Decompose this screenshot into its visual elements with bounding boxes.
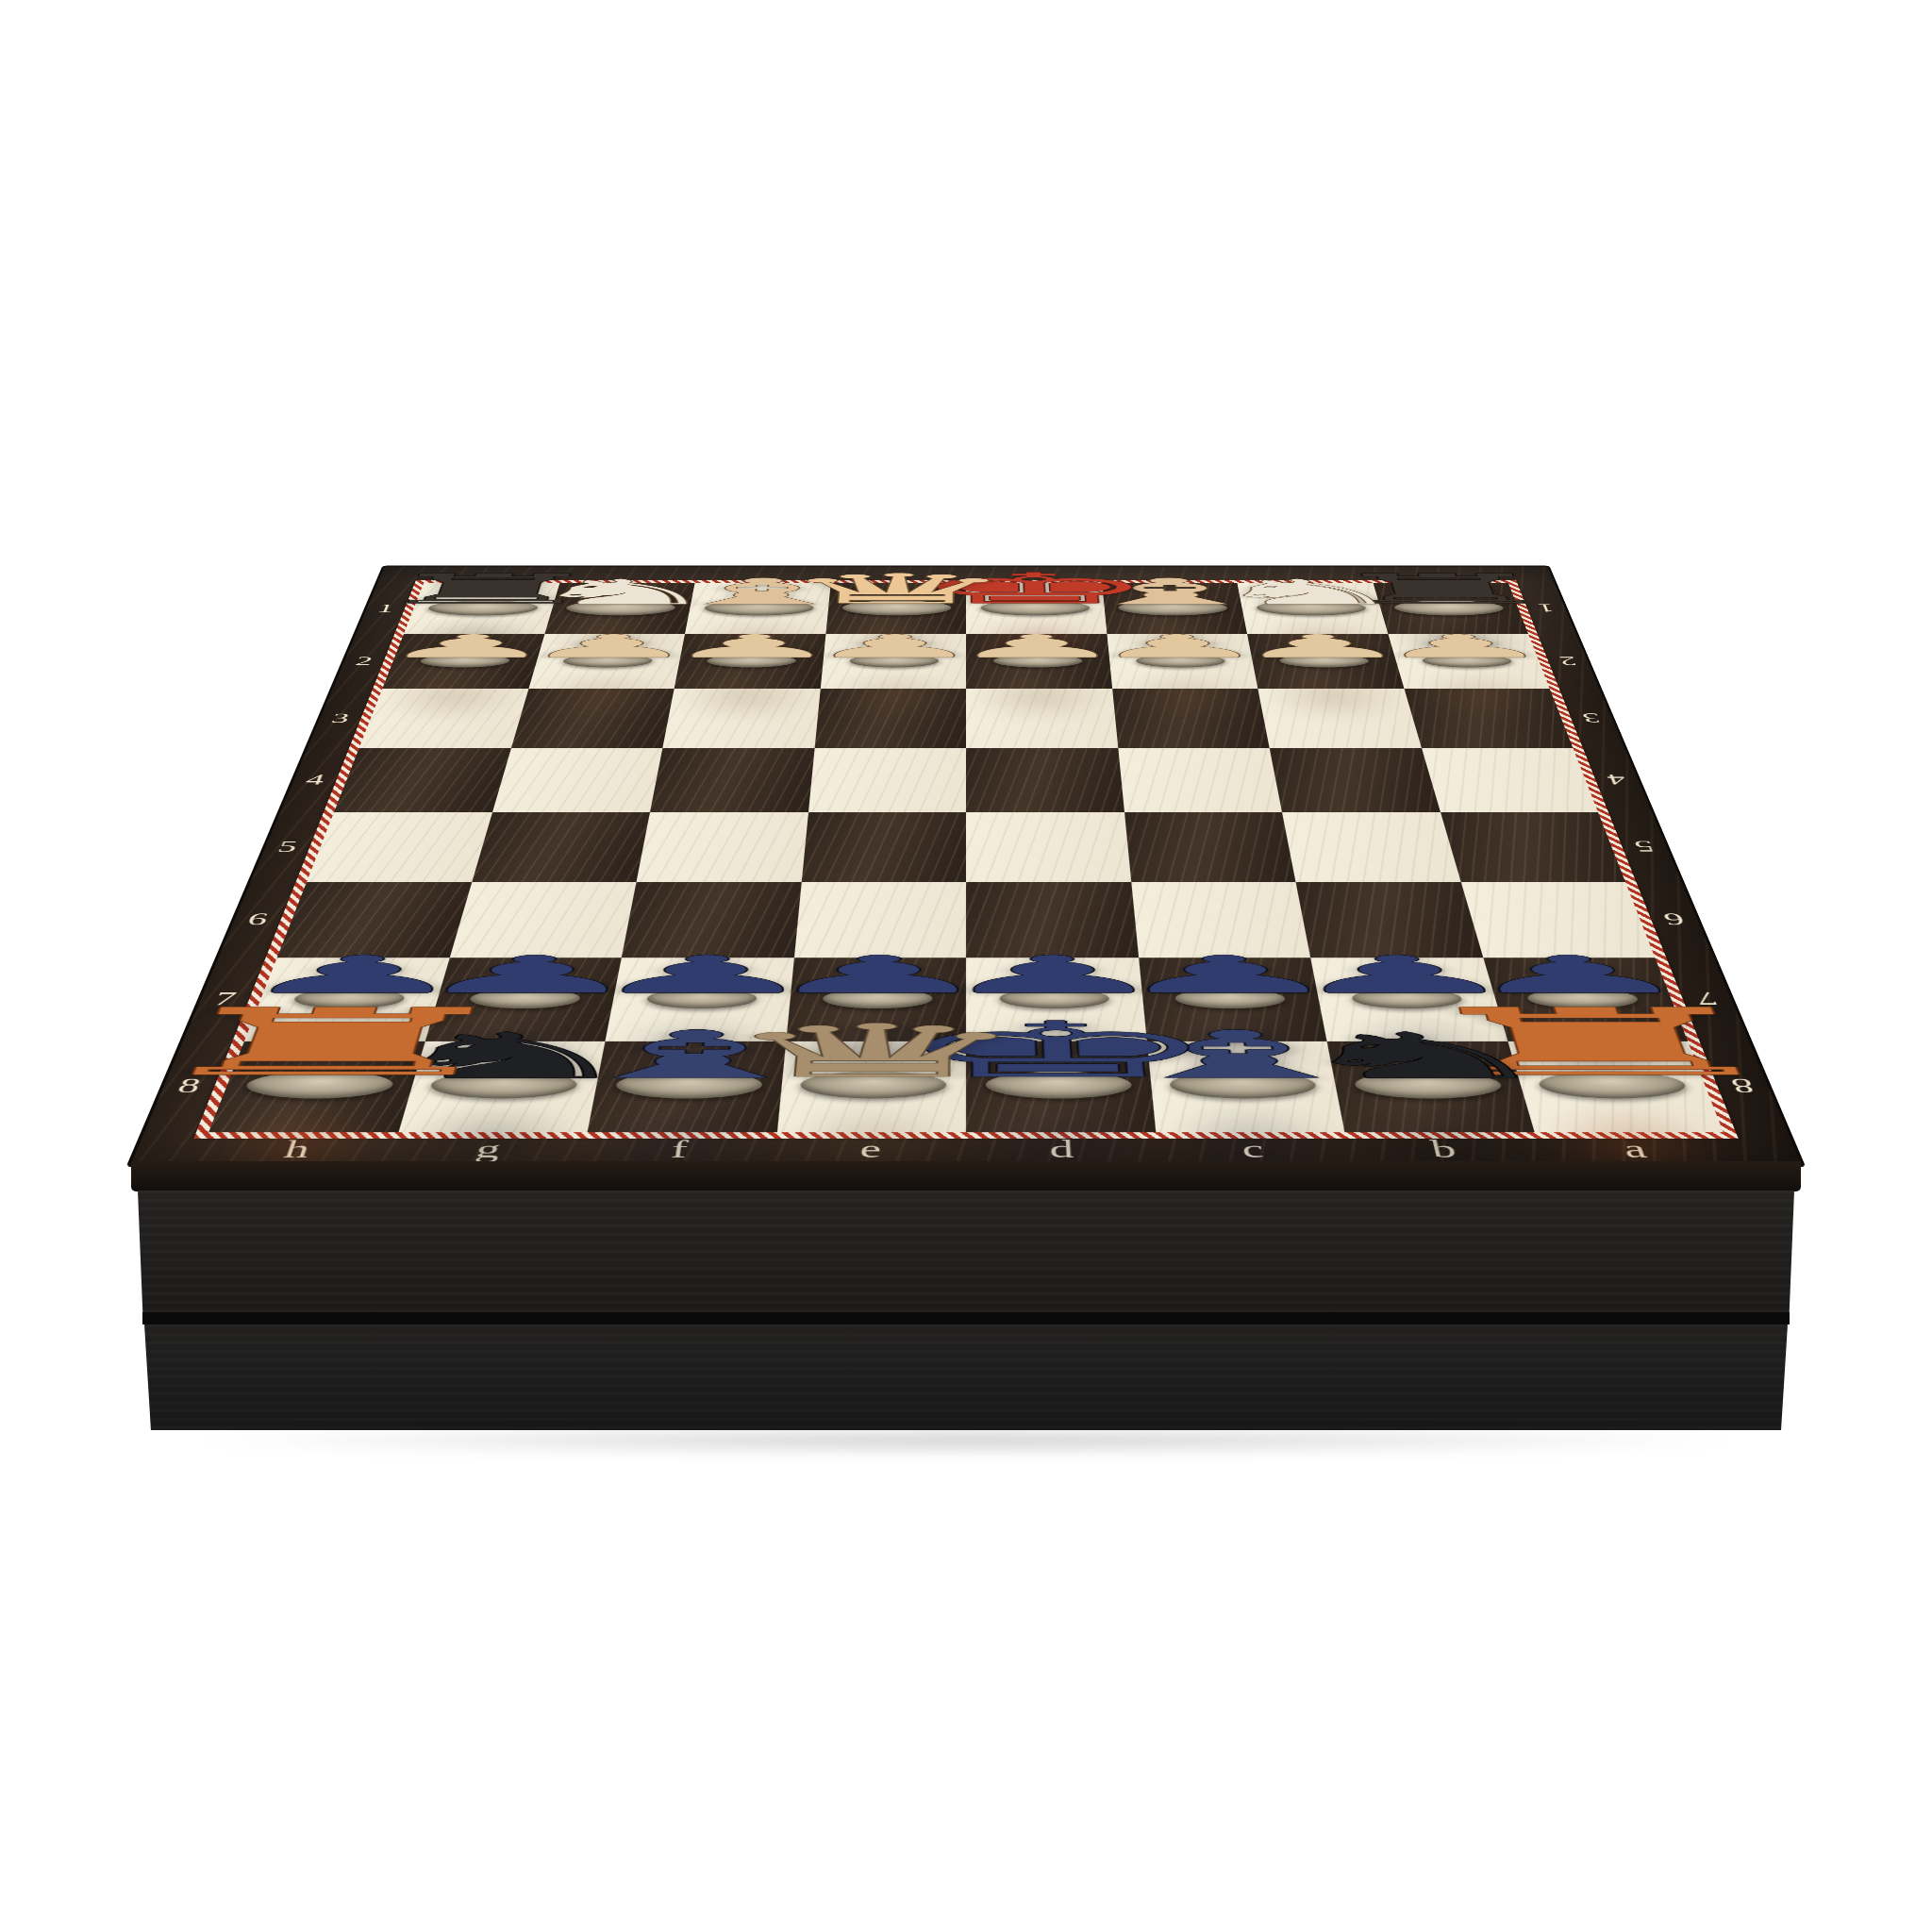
square-e5[interactable] [801, 812, 966, 882]
square-d4[interactable] [966, 748, 1124, 812]
square-e7[interactable] [786, 958, 966, 1041]
square-a4[interactable] [1422, 748, 1598, 812]
square-h8[interactable] [208, 1041, 425, 1132]
board-front-edge [131, 1161, 1801, 1191]
square-c6[interactable] [1131, 882, 1310, 958]
file-label-e: e [774, 1134, 966, 1165]
storage-box-lid [138, 1191, 1794, 1312]
storage-box-base [144, 1324, 1788, 1430]
square-e8[interactable] [776, 1041, 966, 1132]
square-d8[interactable] [966, 1041, 1156, 1132]
rank-label-right-5: 5 [1607, 812, 1682, 882]
piece-figure: ♟ [337, 629, 601, 660]
board-scene: hgfedcba 12345678 12345678 ♜♞♝♚♛♝♞♜♟♟♟♟♟… [0, 0, 1932, 1932]
square-a6[interactable] [1460, 882, 1655, 958]
square-e4[interactable] [808, 748, 967, 812]
file-label-a: a [1534, 1134, 1736, 1165]
square-a7[interactable] [1483, 958, 1688, 1041]
piece-reflection [820, 671, 962, 723]
square-f4[interactable] [650, 748, 814, 812]
square-e6[interactable] [793, 882, 966, 958]
square-h5[interactable] [307, 812, 491, 882]
square-f5[interactable] [637, 812, 808, 882]
square-c8[interactable] [1146, 1041, 1344, 1132]
square-c7[interactable] [1139, 958, 1327, 1041]
rank-labels-left: 12345678 [143, 583, 416, 1132]
file-labels-bottom: hgfedcba [196, 1134, 1737, 1165]
square-d6[interactable] [966, 882, 1139, 958]
white-rook-glyph: ♜ [361, 570, 615, 608]
file-label-g: g [389, 1134, 588, 1165]
square-h4[interactable] [334, 748, 510, 812]
square-d5[interactable] [966, 812, 1131, 882]
square-d7[interactable] [966, 958, 1146, 1041]
square-a8[interactable] [1507, 1041, 1724, 1132]
square-h6[interactable] [277, 882, 472, 958]
rank-labels-right: 12345678 [1516, 583, 1789, 1132]
file-label-b: b [1345, 1134, 1544, 1165]
square-f7[interactable] [606, 958, 794, 1041]
square-b4[interactable] [1270, 748, 1441, 812]
square-c4[interactable] [1118, 748, 1282, 812]
file-label-d: d [966, 1134, 1158, 1165]
square-g8[interactable] [398, 1041, 606, 1132]
floor-shadow [170, 1426, 1764, 1455]
square-b8[interactable] [1326, 1041, 1534, 1132]
rank-label-left-6: 6 [217, 882, 296, 958]
square-b5[interactable] [1282, 812, 1460, 882]
chess-board: hgfedcba 12345678 12345678 ♜♞♝♚♛♝♞♜♟♟♟♟♟… [125, 566, 1806, 1168]
product-photo-chess-set: hgfedcba 12345678 12345678 ♜♞♝♚♛♝♞♜♟♟♟♟♟… [0, 0, 1932, 1932]
square-g6[interactable] [449, 882, 636, 958]
square-b6[interactable] [1295, 882, 1482, 958]
square-f8[interactable] [588, 1041, 786, 1132]
white-pawn-glyph: ♟ [375, 632, 561, 661]
rank-label-right-6: 6 [1635, 882, 1714, 958]
square-g5[interactable] [472, 812, 650, 882]
square-a5[interactable] [1441, 812, 1625, 882]
square-g4[interactable] [492, 748, 663, 812]
square-h7[interactable] [244, 958, 449, 1041]
square-g7[interactable] [425, 958, 621, 1041]
file-label-h: h [196, 1134, 398, 1165]
square-b7[interactable] [1310, 958, 1507, 1041]
square-f6[interactable] [622, 882, 801, 958]
square-c5[interactable] [1124, 812, 1296, 882]
file-label-f: f [581, 1134, 776, 1165]
rank-label-left-5: 5 [250, 812, 325, 882]
storage-box-seam [142, 1312, 1790, 1324]
file-label-c: c [1156, 1134, 1351, 1165]
